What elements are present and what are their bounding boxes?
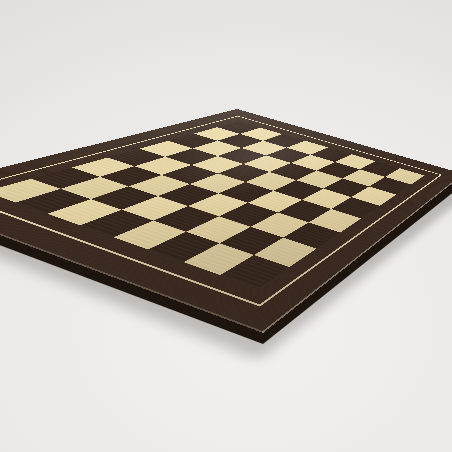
chess-board	[0, 109, 452, 333]
photo-scene	[0, 0, 452, 452]
